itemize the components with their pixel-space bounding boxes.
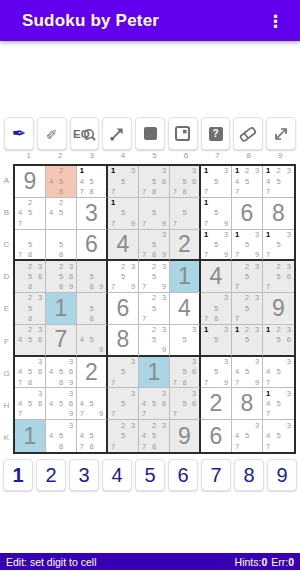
candidate-marks: 3457: [263, 357, 294, 388]
cell-F9[interactable]: 12356: [263, 325, 294, 357]
candidate-marks: 345678: [15, 357, 45, 388]
cell-value: 1: [139, 357, 169, 388]
digit-button-6[interactable]: 6: [168, 459, 198, 491]
candidate-marks: 1357: [201, 166, 231, 197]
cell-E6[interactable]: 4: [170, 293, 201, 325]
cell-A6[interactable]: 35678: [170, 166, 201, 198]
cell-B6[interactable]: 57: [170, 198, 201, 230]
candidate-marks: 34567: [15, 388, 45, 419]
candidate-marks: 357: [108, 357, 138, 388]
cell-K6[interactable]: 9: [170, 420, 201, 452]
search-query-button[interactable]: EQ: [70, 117, 100, 150]
app-title: Sudoku by Peter: [22, 11, 159, 31]
cell-H6[interactable]: 3567: [170, 388, 201, 420]
cell-K9[interactable]: 3457: [263, 420, 294, 452]
cell-H4[interactable]: 357: [108, 388, 139, 420]
corner-mark-button[interactable]: [168, 117, 198, 150]
fullscreen-button[interactable]: [266, 117, 296, 150]
digit-button-2[interactable]: 2: [36, 459, 66, 491]
cell-H8[interactable]: 8: [232, 388, 263, 420]
candidate-marks: 1579: [108, 198, 138, 229]
candidate-marks: 235689: [46, 261, 76, 292]
toolbar: ✒✏EQ?: [4, 117, 296, 150]
cell-G4[interactable]: 357: [108, 357, 139, 389]
cell-F4[interactable]: 8: [108, 325, 139, 357]
candidate-marks: 2458: [46, 166, 76, 197]
cell-E4[interactable]: 6: [108, 293, 139, 325]
row-label-B: B: [4, 208, 9, 217]
candidate-marks: 3457: [232, 420, 262, 452]
cell-H5[interactable]: 34567: [139, 388, 170, 420]
row-label-C: C: [4, 240, 10, 249]
cell-value: 8: [108, 325, 138, 355]
candidate-marks: 3458: [46, 420, 76, 452]
cell-D9[interactable]: 23567: [263, 261, 294, 293]
cell-value: 3: [77, 198, 106, 229]
pencil-icon: ✏: [46, 127, 58, 141]
cell-A5[interactable]: 35678: [139, 166, 170, 198]
candidate-marks: 135: [201, 325, 231, 355]
row-label-E: E: [4, 304, 9, 313]
fill-cell-button[interactable]: [135, 117, 165, 150]
cell-D8[interactable]: 2357: [232, 261, 263, 293]
cell-H3[interactable]: 4579: [77, 388, 108, 420]
candidate-marks: 2457: [15, 198, 45, 229]
cell-D2[interactable]: 235689: [46, 261, 77, 293]
cell-E5[interactable]: 2357: [139, 293, 170, 325]
digit-button-8[interactable]: 8: [234, 459, 264, 491]
cell-C3[interactable]: 6: [77, 230, 108, 262]
cell-C5[interactable]: 35789: [139, 230, 170, 262]
candidate-marks: 34569: [46, 388, 76, 419]
candidate-marks: 245: [46, 198, 76, 229]
cell-value: 4: [170, 293, 199, 324]
candidate-marks: 1357: [263, 230, 294, 260]
cell-G8[interactable]: 34579: [232, 357, 263, 389]
app-bar: Sudoku by Peter ⋮: [0, 0, 300, 41]
cell-B9[interactable]: 8: [263, 198, 294, 230]
candidate-marks: 34579: [232, 357, 262, 388]
col-label-6: 6: [170, 151, 201, 163]
row-label-D: D: [4, 272, 10, 281]
cell-H9[interactable]: 13457: [263, 388, 294, 420]
cell-D5[interactable]: 23579: [139, 261, 170, 293]
cell-G7[interactable]: 3579: [201, 357, 232, 389]
candidate-marks: 23456: [15, 325, 45, 355]
cell-K1[interactable]: 1: [15, 420, 46, 452]
digit-button-7[interactable]: 7: [201, 459, 231, 491]
cell-value: 4: [108, 230, 138, 260]
cell-G6[interactable]: 35678: [170, 357, 201, 389]
cell-D7[interactable]: 4: [201, 261, 232, 293]
cell-C7[interactable]: 13579: [201, 230, 232, 262]
candidate-marks: 3457: [263, 420, 294, 452]
cell-value: 8: [232, 388, 262, 419]
status-mode-text: Edit: set digit to cell: [6, 556, 96, 568]
candidate-marks: 13579: [232, 230, 262, 260]
candidate-marks: 23567: [263, 261, 294, 292]
col-label-3: 3: [76, 151, 107, 163]
candidate-marks: 13457: [263, 388, 294, 419]
candidate-marks: 2357: [232, 261, 262, 292]
digit-button-1[interactable]: 1: [3, 459, 33, 491]
candidate-marks: 234578: [139, 420, 169, 452]
col-label-9: 9: [265, 151, 296, 163]
candidate-marks: 12356: [263, 325, 294, 355]
hints-value: 0: [261, 556, 267, 568]
err-label: Err:: [271, 556, 288, 568]
cell-A1[interactable]: 9: [15, 166, 46, 198]
candidate-marks: 58: [77, 293, 106, 324]
candidate-marks: 35678: [139, 166, 169, 197]
cell-C1[interactable]: 578: [15, 230, 46, 262]
cell-E9[interactable]: 9: [263, 293, 294, 325]
cell-G5[interactable]: 1: [139, 357, 170, 389]
candidate-marks: 3578: [201, 293, 231, 324]
eraser-button[interactable]: [233, 117, 263, 150]
cell-D6[interactable]: 1: [170, 261, 201, 293]
cell-value: 1: [46, 293, 76, 324]
candidate-marks: 35: [170, 325, 199, 355]
pen-icon: ✒: [12, 125, 26, 142]
col-label-1: 1: [13, 151, 44, 163]
cell-H2[interactable]: 34569: [46, 388, 77, 420]
candidate-marks: 345689: [46, 357, 76, 388]
row-label-A: A: [4, 176, 9, 185]
cell-B8[interactable]: 6: [232, 198, 263, 230]
draw-line-button[interactable]: [102, 117, 132, 150]
cell-value: 1: [170, 261, 199, 292]
candidate-marks: 1235: [232, 325, 262, 355]
candidate-marks: 2359: [139, 325, 169, 355]
cell-value: 2: [170, 230, 199, 260]
cell-F1[interactable]: 23456: [15, 325, 46, 357]
candidate-marks: 2357: [108, 420, 138, 452]
cell-value: 6: [201, 420, 231, 452]
expand-icon: [273, 126, 289, 142]
candidate-marks: 3579: [201, 357, 231, 388]
candidate-marks: 357: [108, 388, 138, 419]
line-arrow-icon: [109, 126, 125, 142]
cell-E8[interactable]: 2357: [232, 293, 263, 325]
cell-A4[interactable]: 1357: [108, 166, 139, 198]
cell-F7[interactable]: 135: [201, 325, 232, 357]
cell-C8[interactable]: 13579: [232, 230, 263, 262]
err-value: 0: [288, 556, 294, 568]
cell-value: 6: [232, 198, 262, 229]
cell-D3[interactable]: 589: [77, 261, 108, 293]
cell-F2[interactable]: 7: [46, 325, 77, 357]
col-label-5: 5: [139, 151, 170, 163]
candidate-marks: 4578: [77, 420, 106, 452]
cell-E2[interactable]: 1: [46, 293, 77, 325]
candidate-marks: 2357: [139, 293, 169, 324]
edit-pen-button[interactable]: ✒: [4, 117, 34, 150]
cell-D4[interactable]: 23579: [108, 261, 139, 293]
candidate-marks: 34567: [139, 388, 169, 419]
eraser-icon: [239, 126, 257, 142]
cell-value: 1: [15, 420, 45, 452]
candidate-marks: 23568: [15, 261, 45, 292]
cell-value: 7: [46, 325, 76, 355]
cell-E3[interactable]: 58: [77, 293, 108, 325]
cell-K8[interactable]: 3457: [232, 420, 263, 452]
pencil-marks-button[interactable]: ✏: [37, 117, 67, 150]
cell-G3[interactable]: 2: [77, 357, 108, 389]
help-button[interactable]: ?: [201, 117, 231, 150]
cell-A7[interactable]: 1357: [201, 166, 232, 198]
cell-F5[interactable]: 2359: [139, 325, 170, 357]
row-labels: ABCDEFGHK: [0, 164, 13, 454]
candidate-marks: 459: [77, 325, 106, 355]
corner-square-icon: [174, 125, 191, 142]
cell-C4[interactable]: 4: [108, 230, 139, 262]
candidate-marks: 23579: [108, 261, 138, 292]
candidate-marks: 2358: [15, 293, 45, 324]
candidate-marks: 579: [139, 198, 169, 229]
cell-B4[interactable]: 1579: [108, 198, 139, 230]
cell-C6[interactable]: 2: [170, 230, 201, 262]
row-label-F: F: [4, 337, 9, 346]
candidate-marks: 13579: [201, 230, 231, 260]
cell-A8[interactable]: 123457: [232, 166, 263, 198]
cell-E1[interactable]: 2358: [15, 293, 46, 325]
cell-B1[interactable]: 2457: [15, 198, 46, 230]
cell-value: 6: [108, 293, 138, 324]
status-bar: Edit: set digit to cell Hints:0Err:0: [0, 553, 300, 570]
cell-value: 6: [77, 230, 106, 260]
cell-H7[interactable]: 2: [201, 388, 232, 420]
column-labels: 123456789: [13, 151, 296, 163]
row-label-K: K: [4, 433, 9, 442]
candidate-marks: 2357: [232, 293, 262, 324]
cell-value: 2: [201, 388, 231, 419]
cell-value: 8: [263, 198, 294, 229]
status-counters: Hints:0Err:0: [235, 556, 294, 568]
row-label-H: H: [4, 401, 10, 410]
cell-E7[interactable]: 3578: [201, 293, 232, 325]
filled-square-icon: [144, 127, 157, 140]
candidate-marks: 58: [46, 230, 76, 260]
cell-K7[interactable]: 6: [201, 420, 232, 452]
candidate-marks: 4579: [77, 388, 106, 419]
candidate-marks: 35678: [170, 166, 199, 197]
cell-C2[interactable]: 58: [46, 230, 77, 262]
col-label-7: 7: [202, 151, 233, 163]
candidate-marks: 1579: [201, 198, 231, 229]
cell-F3[interactable]: 459: [77, 325, 108, 357]
cell-G9[interactable]: 3457: [263, 357, 294, 389]
cell-B7[interactable]: 1579: [201, 198, 232, 230]
candidate-marks: 1357: [108, 166, 138, 197]
cell-value: 4: [201, 261, 231, 292]
digit-button-4[interactable]: 4: [102, 459, 132, 491]
cell-value: 9: [170, 420, 199, 452]
cell-value: 9: [263, 293, 294, 324]
digit-button-3[interactable]: 3: [69, 459, 99, 491]
cell-H1[interactable]: 34567: [15, 388, 46, 420]
cell-A3[interactable]: 14578: [77, 166, 108, 198]
digit-button-9[interactable]: 9: [267, 459, 297, 491]
cell-F8[interactable]: 1235: [232, 325, 263, 357]
cell-A2[interactable]: 2458: [46, 166, 77, 198]
sudoku-board: 9245814578135735678356781357123457123457…: [13, 164, 296, 454]
digit-button-5[interactable]: 5: [135, 459, 165, 491]
candidate-marks: 23579: [139, 261, 169, 292]
cell-value: 2: [77, 357, 106, 388]
cell-G2[interactable]: 345689: [46, 357, 77, 389]
col-label-2: 2: [44, 151, 75, 163]
question-mark-icon: ?: [209, 127, 223, 141]
cell-B5[interactable]: 579: [139, 198, 170, 230]
cell-A9[interactable]: 123457: [263, 166, 294, 198]
candidate-marks: 578: [15, 230, 45, 260]
candidate-marks: 589: [77, 261, 106, 292]
kebab-menu-icon[interactable]: ⋮: [261, 0, 290, 41]
cell-K2[interactable]: 3458: [46, 420, 77, 452]
cell-G1[interactable]: 345678: [15, 357, 46, 389]
candidate-marks: 35678: [170, 357, 199, 388]
candidate-marks: 123457: [263, 166, 294, 197]
cell-value: 9: [15, 166, 45, 197]
candidate-marks: 123457: [232, 166, 262, 197]
cell-B2[interactable]: 245: [46, 198, 77, 230]
digit-selector: 123456789: [3, 459, 297, 491]
candidate-marks: 3567: [170, 388, 199, 419]
cell-C9[interactable]: 1357: [263, 230, 294, 262]
search-eq-icon: EQ: [73, 125, 96, 142]
candidate-marks: 57: [170, 198, 199, 229]
cell-K4[interactable]: 2357: [108, 420, 139, 452]
cell-B3[interactable]: 3: [77, 198, 108, 230]
candidate-marks: 35789: [139, 230, 169, 260]
candidate-marks: 14578: [77, 166, 106, 197]
cell-D1[interactable]: 23568: [15, 261, 46, 293]
cell-K5[interactable]: 234578: [139, 420, 170, 452]
row-label-G: G: [3, 369, 9, 378]
col-label-4: 4: [107, 151, 138, 163]
hints-label: Hints:: [235, 556, 262, 568]
cell-F6[interactable]: 35: [170, 325, 201, 357]
cell-K3[interactable]: 4578: [77, 420, 108, 452]
col-label-8: 8: [233, 151, 264, 163]
